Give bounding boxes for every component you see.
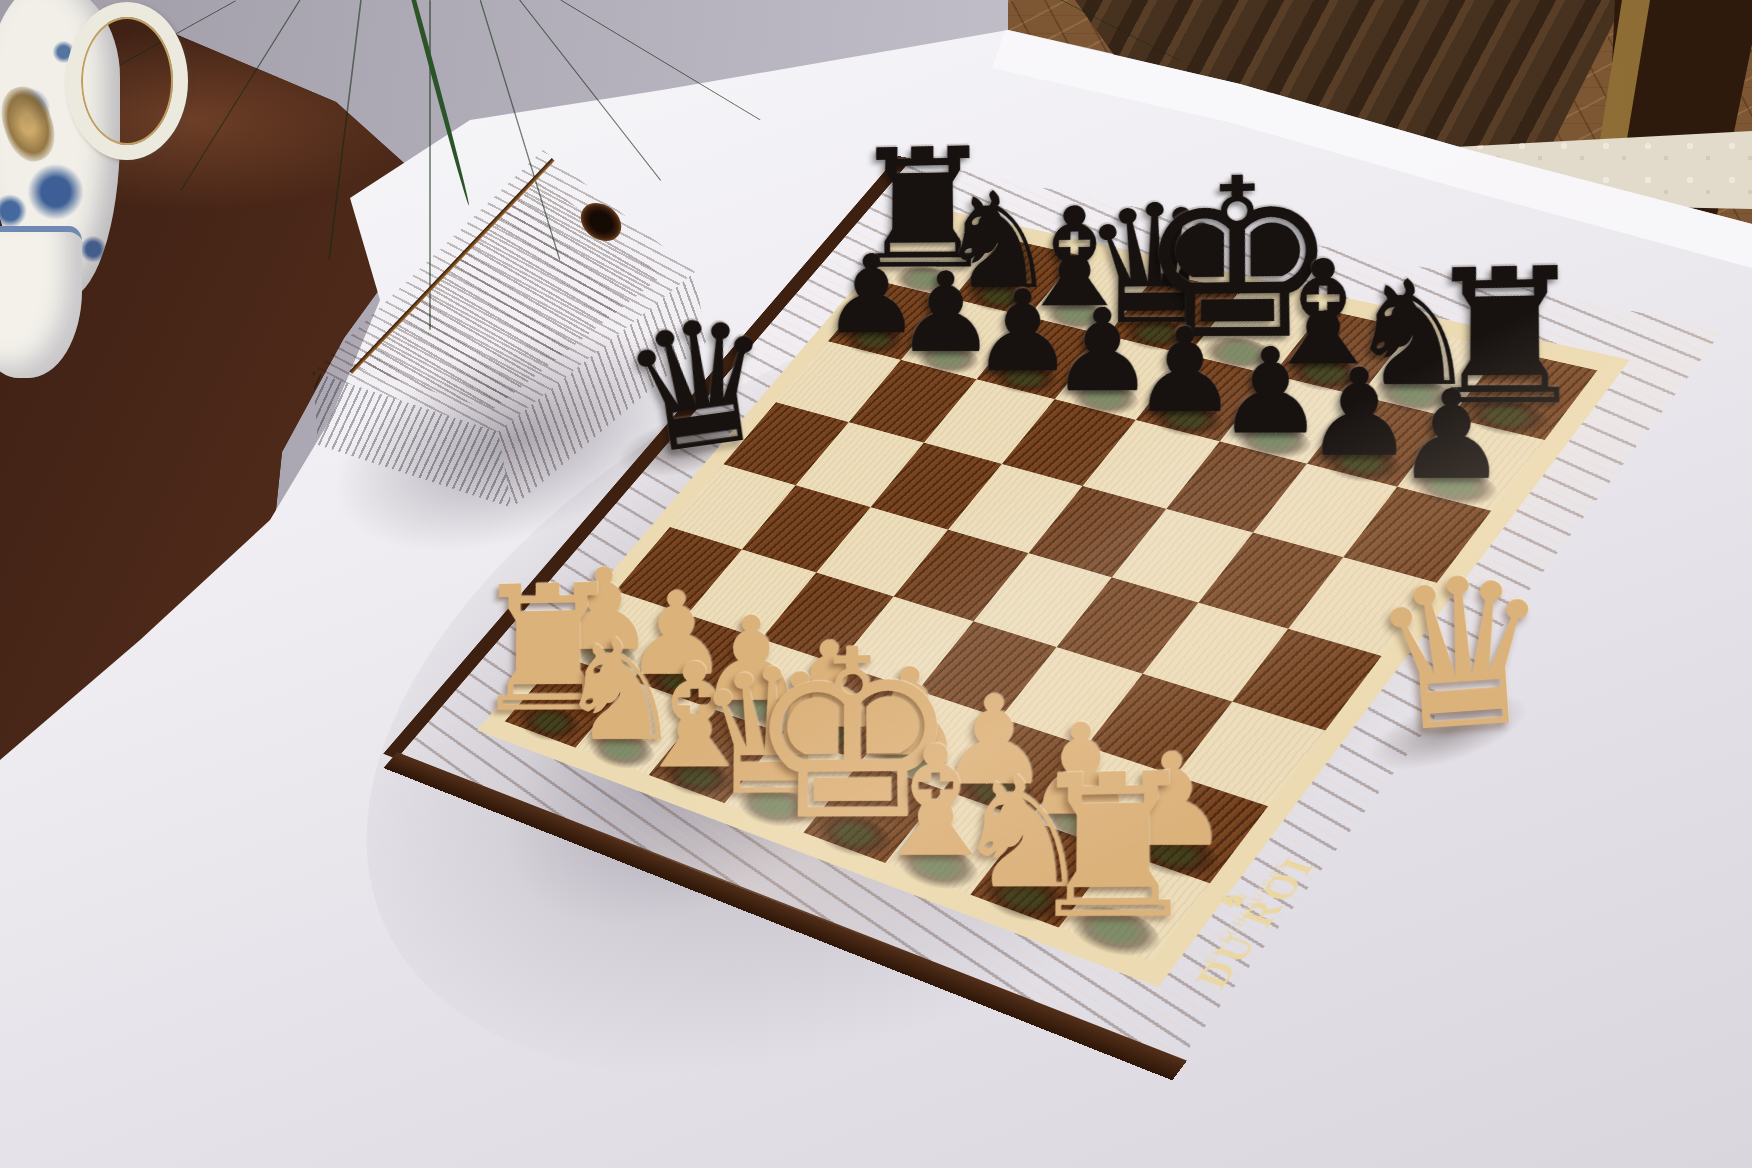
porcelain-jug-handle	[66, 2, 188, 160]
scene: ♜♞♝♛♚♝♞♜♟♟♟♟♟♟♟♟♟♟♟♟♟♟♟♟♜♞♝♛♚♝♞♜ ♞ LES É…	[0, 0, 1752, 1168]
